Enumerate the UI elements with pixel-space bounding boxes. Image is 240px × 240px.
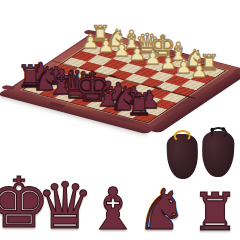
showcase-bishop-piece: ♝ [87, 180, 139, 238]
storage-pouch-black-drawstring [201, 130, 235, 177]
showcase-rook-piece: ♜ [192, 186, 239, 238]
showcase-knight-piece: ♞ [137, 182, 187, 238]
chess-board [6, 30, 240, 129]
gold-drawstring-icon [173, 130, 190, 143]
product-photo: ♜♞♝♛♚♝♞♜♟♟♟♟♟♟♟♟♟♟♟♟♟♟♟♟♜♞♝♛♚♝♞♜ ♚ ♛ ♝ ♞… [0, 0, 240, 240]
showcase-queen-piece: ♛ [36, 174, 93, 238]
storage-pouch-gold-drawstring [166, 133, 199, 179]
black-drawstring-icon [210, 127, 227, 140]
